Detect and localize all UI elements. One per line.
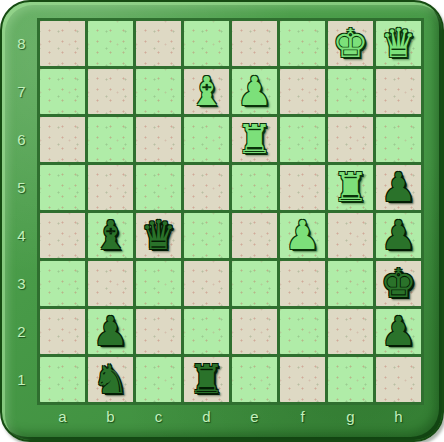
file-label-f: f <box>300 408 304 425</box>
square-b6[interactable] <box>88 117 133 162</box>
chess-board: ♚♛♝♟♜♜♟♝♛♟♟♚♟♟♞♜ <box>37 18 424 405</box>
square-a2[interactable] <box>40 309 85 354</box>
square-e4[interactable] <box>232 213 277 258</box>
file-label-e: e <box>250 408 258 425</box>
black-pawn[interactable]: ♟ <box>381 311 417 351</box>
black-rook[interactable]: ♜ <box>189 359 225 399</box>
square-b2[interactable]: ♟ <box>88 309 133 354</box>
black-king[interactable]: ♚ <box>381 263 417 303</box>
file-labels: abcdefgh <box>40 403 421 429</box>
white-rook[interactable]: ♜ <box>237 119 273 159</box>
square-h4[interactable]: ♟ <box>376 213 421 258</box>
square-d4[interactable] <box>184 213 229 258</box>
black-queen[interactable]: ♛ <box>141 215 177 255</box>
square-f7[interactable] <box>280 69 325 114</box>
white-king[interactable]: ♚ <box>333 23 369 63</box>
square-g8[interactable]: ♚ <box>328 21 373 66</box>
square-b1[interactable]: ♞ <box>88 357 133 402</box>
rank-label-1: 1 <box>2 357 37 402</box>
square-e1[interactable] <box>232 357 277 402</box>
black-knight[interactable]: ♞ <box>93 359 129 399</box>
square-d1[interactable]: ♜ <box>184 357 229 402</box>
white-queen[interactable]: ♛ <box>381 23 417 63</box>
square-a4[interactable] <box>40 213 85 258</box>
square-a8[interactable] <box>40 21 85 66</box>
square-d7[interactable]: ♝ <box>184 69 229 114</box>
square-f4[interactable]: ♟ <box>280 213 325 258</box>
black-pawn[interactable]: ♟ <box>381 215 417 255</box>
square-c6[interactable] <box>136 117 181 162</box>
rank-label-3: 3 <box>2 261 37 306</box>
rank-label-4: 4 <box>2 213 37 258</box>
square-e6[interactable]: ♜ <box>232 117 277 162</box>
square-g1[interactable] <box>328 357 373 402</box>
board-frame: 87654321 ♚♛♝♟♜♜♟♝♛♟♟♚♟♟♞♜ abcdefgh <box>0 0 444 442</box>
square-f8[interactable] <box>280 21 325 66</box>
file-label-g: g <box>346 408 354 425</box>
square-e3[interactable] <box>232 261 277 306</box>
square-e2[interactable] <box>232 309 277 354</box>
rank-labels: 87654321 <box>2 21 37 402</box>
square-g3[interactable] <box>328 261 373 306</box>
square-f3[interactable] <box>280 261 325 306</box>
square-a5[interactable] <box>40 165 85 210</box>
square-g6[interactable] <box>328 117 373 162</box>
square-g5[interactable]: ♜ <box>328 165 373 210</box>
rank-label-6: 6 <box>2 117 37 162</box>
black-bishop[interactable]: ♝ <box>93 215 129 255</box>
square-d6[interactable] <box>184 117 229 162</box>
square-f1[interactable] <box>280 357 325 402</box>
square-a1[interactable] <box>40 357 85 402</box>
square-h8[interactable]: ♛ <box>376 21 421 66</box>
rank-label-7: 7 <box>2 69 37 114</box>
black-pawn[interactable]: ♟ <box>381 167 417 207</box>
square-c1[interactable] <box>136 357 181 402</box>
white-bishop[interactable]: ♝ <box>189 71 225 111</box>
square-d5[interactable] <box>184 165 229 210</box>
white-rook[interactable]: ♜ <box>333 167 369 207</box>
square-f2[interactable] <box>280 309 325 354</box>
square-d3[interactable] <box>184 261 229 306</box>
square-f5[interactable] <box>280 165 325 210</box>
square-c2[interactable] <box>136 309 181 354</box>
file-label-d: d <box>202 408 210 425</box>
square-c7[interactable] <box>136 69 181 114</box>
square-d2[interactable] <box>184 309 229 354</box>
square-c5[interactable] <box>136 165 181 210</box>
square-a3[interactable] <box>40 261 85 306</box>
rank-label-5: 5 <box>2 165 37 210</box>
white-pawn[interactable]: ♟ <box>285 215 321 255</box>
rank-label-8: 8 <box>2 21 37 66</box>
file-label-c: c <box>155 408 163 425</box>
square-g4[interactable] <box>328 213 373 258</box>
file-label-b: b <box>106 408 114 425</box>
square-g7[interactable] <box>328 69 373 114</box>
rank-label-2: 2 <box>2 309 37 354</box>
square-e5[interactable] <box>232 165 277 210</box>
white-pawn[interactable]: ♟ <box>237 71 273 111</box>
square-c3[interactable] <box>136 261 181 306</box>
square-c4[interactable]: ♛ <box>136 213 181 258</box>
square-f6[interactable] <box>280 117 325 162</box>
file-label-h: h <box>394 408 402 425</box>
square-h2[interactable]: ♟ <box>376 309 421 354</box>
square-a6[interactable] <box>40 117 85 162</box>
file-label-a: a <box>58 408 66 425</box>
square-b3[interactable] <box>88 261 133 306</box>
square-h3[interactable]: ♚ <box>376 261 421 306</box>
square-e7[interactable]: ♟ <box>232 69 277 114</box>
square-b4[interactable]: ♝ <box>88 213 133 258</box>
square-e8[interactable] <box>232 21 277 66</box>
square-h5[interactable]: ♟ <box>376 165 421 210</box>
square-a7[interactable] <box>40 69 85 114</box>
square-d8[interactable] <box>184 21 229 66</box>
square-c8[interactable] <box>136 21 181 66</box>
square-b7[interactable] <box>88 69 133 114</box>
square-b8[interactable] <box>88 21 133 66</box>
square-b5[interactable] <box>88 165 133 210</box>
black-pawn[interactable]: ♟ <box>93 311 129 351</box>
square-h6[interactable] <box>376 117 421 162</box>
square-h7[interactable] <box>376 69 421 114</box>
square-h1[interactable] <box>376 357 421 402</box>
square-g2[interactable] <box>328 309 373 354</box>
